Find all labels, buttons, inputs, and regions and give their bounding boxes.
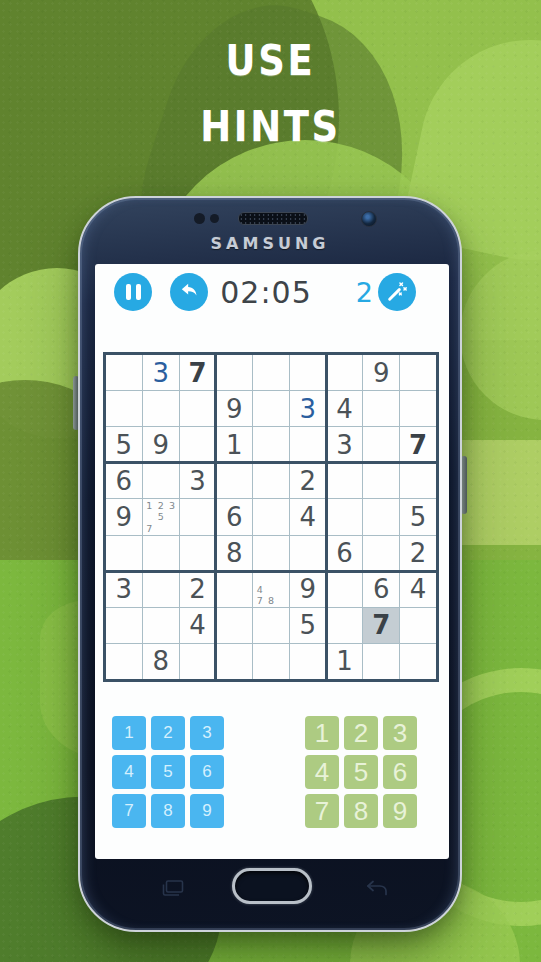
cell-r1c4[interactable]: [216, 355, 252, 390]
sudoku-board: 379934591376329123576458623247896445781: [103, 352, 439, 682]
recent-apps-icon[interactable]: [162, 880, 184, 896]
numpad-green-6[interactable]: 6: [383, 755, 417, 789]
cell-r2c2[interactable]: [143, 391, 179, 426]
cell-digit: 4: [189, 612, 206, 638]
grid-box-line: [106, 461, 436, 464]
cell-r9c8[interactable]: [363, 644, 399, 679]
promo-title-line1: USE: [32, 36, 508, 85]
cell-r2c4[interactable]: 9: [216, 391, 252, 426]
cell-r7c6[interactable]: 9: [290, 572, 326, 607]
cell-r3c4[interactable]: 1: [216, 427, 252, 462]
cell-r4c3[interactable]: 3: [180, 463, 216, 498]
cell-r8c1[interactable]: [106, 608, 142, 643]
cell-r3c1[interactable]: 5: [106, 427, 142, 462]
numpad-normal: 123456789: [112, 716, 224, 828]
numpad-green-8[interactable]: 8: [344, 794, 378, 828]
numpad-green-9[interactable]: 9: [383, 794, 417, 828]
cell-r4c8[interactable]: [363, 463, 399, 498]
cell-r8c7[interactable]: [327, 608, 363, 643]
cell-r6c4[interactable]: 8: [216, 536, 252, 571]
cell-r5c1[interactable]: 9: [106, 499, 142, 534]
hint-button[interactable]: [378, 273, 416, 311]
numpad-notes: 123456789: [305, 716, 417, 828]
magic-wand-icon: [386, 280, 408, 305]
hint-count: 2: [356, 277, 373, 308]
cell-digit: 7: [409, 432, 427, 458]
cell-digit: 6: [373, 576, 390, 602]
cell-digit: 9: [373, 360, 390, 386]
game-toolbar: 02:05 2: [95, 264, 449, 320]
cell-r2c5[interactable]: [253, 391, 289, 426]
cell-r5c5[interactable]: [253, 499, 289, 534]
numpad-green-5[interactable]: 5: [344, 755, 378, 789]
promo-title-line2: HINTS: [32, 102, 508, 151]
cell-r9c1[interactable]: [106, 644, 142, 679]
cell-r3c2[interactable]: 9: [143, 427, 179, 462]
numpad-blue-9[interactable]: 9: [190, 794, 224, 828]
cell-digit: 6: [116, 468, 133, 494]
cell-r2c6[interactable]: 3: [290, 391, 326, 426]
cell-digit: 5: [116, 432, 133, 458]
cell-digit: 4: [336, 396, 353, 422]
cell-r3c5[interactable]: [253, 427, 289, 462]
cell-digit: 8: [226, 540, 243, 566]
undo-arrow-icon: [179, 281, 199, 304]
numpad-green-2[interactable]: 2: [344, 716, 378, 750]
cell-digit: 3: [336, 432, 353, 458]
pause-button[interactable]: [114, 273, 152, 311]
cell-digit: 2: [410, 540, 427, 566]
earpiece-speaker: [238, 212, 308, 225]
cell-r7c1[interactable]: 3: [106, 572, 142, 607]
cell-r8c5[interactable]: [253, 608, 289, 643]
cell-digit: 5: [299, 612, 316, 638]
light-sensor-icon: [210, 214, 219, 223]
timer-display: 02:05: [220, 275, 311, 310]
cell-r1c9[interactable]: [400, 355, 436, 390]
grid-box-line: [325, 355, 328, 679]
cell-r6c2[interactable]: [143, 536, 179, 571]
cell-r8c4[interactable]: [216, 608, 252, 643]
grid-box-line: [214, 355, 217, 679]
cell-r1c6[interactable]: [290, 355, 326, 390]
cell-r9c2[interactable]: 8: [143, 644, 179, 679]
promo-screenshot: USE HINTS SAMSUNG 02: [0, 0, 541, 962]
cell-digit: 9: [226, 396, 243, 422]
cell-r3c8[interactable]: [363, 427, 399, 462]
back-icon[interactable]: [366, 880, 388, 896]
home-button[interactable]: [232, 868, 312, 904]
cell-r6c6[interactable]: [290, 536, 326, 571]
numpad-blue-3[interactable]: 3: [190, 716, 224, 750]
cell-digit: 3: [299, 396, 316, 422]
brand-logo: SAMSUNG: [80, 234, 460, 253]
cell-r6c8[interactable]: [363, 536, 399, 571]
cell-r3c6[interactable]: [290, 427, 326, 462]
cell-digit: 9: [116, 504, 133, 530]
cell-r5c6[interactable]: 4: [290, 499, 326, 534]
cell-digit: 2: [189, 576, 206, 602]
cell-r9c7[interactable]: 1: [327, 644, 363, 679]
cell-r8c3[interactable]: 4: [180, 608, 216, 643]
cell-r6c3[interactable]: [180, 536, 216, 571]
cell-r3c3[interactable]: [180, 427, 216, 462]
cell-r5c3[interactable]: [180, 499, 216, 534]
cell-digit: 3: [152, 360, 169, 386]
numpad-green-4[interactable]: 4: [305, 755, 339, 789]
cell-r9c5[interactable]: [253, 644, 289, 679]
cell-r9c9[interactable]: [400, 644, 436, 679]
cell-digit: 8: [152, 648, 169, 674]
cell-r7c9[interactable]: 4: [400, 572, 436, 607]
cell-r9c3[interactable]: [180, 644, 216, 679]
cell-r4c6[interactable]: 2: [290, 463, 326, 498]
cell-r7c4[interactable]: [216, 572, 252, 607]
cell-r4c1[interactable]: 6: [106, 463, 142, 498]
cell-r6c1[interactable]: [106, 536, 142, 571]
numpad-blue-1[interactable]: 1: [112, 716, 146, 750]
cell-r4c9[interactable]: [400, 463, 436, 498]
numpad-blue-2[interactable]: 2: [151, 716, 185, 750]
cell-digit: 6: [226, 504, 243, 530]
cell-r1c7[interactable]: [327, 355, 363, 390]
cell-r5c9[interactable]: 5: [400, 499, 436, 534]
phone-screen: 02:05 2: [95, 264, 449, 859]
undo-button[interactable]: [170, 273, 208, 311]
cell-r1c8[interactable]: 9: [363, 355, 399, 390]
cell-digit: 6: [336, 540, 353, 566]
cell-r6c5[interactable]: [253, 536, 289, 571]
cell-r7c2[interactable]: [143, 572, 179, 607]
cell-digit: 1: [226, 432, 243, 458]
cell-r1c2[interactable]: 3: [143, 355, 179, 390]
cell-r2c7[interactable]: 4: [327, 391, 363, 426]
cell-r2c1[interactable]: [106, 391, 142, 426]
cell-digit: 4: [299, 504, 316, 530]
cell-r2c8[interactable]: [363, 391, 399, 426]
cell-r5c8[interactable]: [363, 499, 399, 534]
cell-digit: 4: [410, 576, 427, 602]
pencil-notes: 478: [254, 573, 288, 606]
cell-digit: 5: [410, 504, 427, 530]
numpad-green-3[interactable]: 3: [383, 716, 417, 750]
cell-digit: 3: [116, 576, 133, 602]
cell-r8c8[interactable]: 7: [363, 608, 399, 643]
cell-r4c7[interactable]: [327, 463, 363, 498]
numpad-blue-6[interactable]: 6: [190, 755, 224, 789]
grid-box-line: [106, 570, 436, 573]
cell-digit: 7: [188, 360, 206, 386]
cell-r4c5[interactable]: [253, 463, 289, 498]
cell-r1c5[interactable]: [253, 355, 289, 390]
cell-r8c2[interactable]: [143, 608, 179, 643]
cell-r9c6[interactable]: [290, 644, 326, 679]
cell-digit: 7: [372, 612, 390, 638]
cell-digit: 1: [336, 648, 353, 674]
numpad-blue-8[interactable]: 8: [151, 794, 185, 828]
cell-r8c6[interactable]: 5: [290, 608, 326, 643]
cell-r7c5[interactable]: 478: [253, 572, 289, 607]
cell-r1c1[interactable]: [106, 355, 142, 390]
cell-r9c4[interactable]: [216, 644, 252, 679]
cell-digit: 9: [152, 432, 169, 458]
numpad-blue-5[interactable]: 5: [151, 755, 185, 789]
cell-r2c9[interactable]: [400, 391, 436, 426]
phone-frame: SAMSUNG 02:05 2: [78, 196, 462, 932]
numpad-blue-7[interactable]: 7: [112, 794, 146, 828]
cell-r6c7[interactable]: 6: [327, 536, 363, 571]
cell-digit: 3: [189, 468, 206, 494]
cell-r5c7[interactable]: [327, 499, 363, 534]
pause-icon: [126, 284, 141, 300]
cell-r8c9[interactable]: [400, 608, 436, 643]
cell-r2c3[interactable]: [180, 391, 216, 426]
pencil-notes: 12357: [144, 500, 178, 533]
cell-r3c7[interactable]: 3: [327, 427, 363, 462]
cell-r7c7[interactable]: [327, 572, 363, 607]
cell-digit: 9: [299, 576, 316, 602]
front-camera: [361, 211, 377, 227]
cell-r7c3[interactable]: 2: [180, 572, 216, 607]
cell-r6c9[interactable]: 2: [400, 536, 436, 571]
numpad-green-1[interactable]: 1: [305, 716, 339, 750]
numpad-green-7[interactable]: 7: [305, 794, 339, 828]
cell-r4c4[interactable]: [216, 463, 252, 498]
cell-r5c2[interactable]: 12357: [143, 499, 179, 534]
proximity-sensor-icon: [194, 213, 205, 224]
cell-r4c2[interactable]: [143, 463, 179, 498]
cell-r5c4[interactable]: 6: [216, 499, 252, 534]
cell-r7c8[interactable]: 6: [363, 572, 399, 607]
cell-r3c9[interactable]: 7: [400, 427, 436, 462]
numpad-blue-4[interactable]: 4: [112, 755, 146, 789]
cell-digit: 2: [299, 468, 316, 494]
cell-r1c3[interactable]: 7: [180, 355, 216, 390]
